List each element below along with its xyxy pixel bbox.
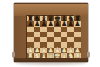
square-e7[interactable]: ♟ xyxy=(54,21,61,26)
chess-box: ♜♞♝♛♚♝♞♜♟♟♟♟♟♟♟♟♟♟♟♟♟♟♟♟♜♞♝♛♚♝♞♜ xyxy=(14,3,88,62)
square-f1[interactable]: ♝ xyxy=(61,53,68,58)
square-a1[interactable]: ♜ xyxy=(27,53,34,58)
white-king[interactable]: ♚ xyxy=(54,54,61,58)
black-pawn[interactable]: ♟ xyxy=(68,22,74,26)
left-hinge xyxy=(12,52,15,57)
white-bishop[interactable]: ♝ xyxy=(61,54,68,58)
square-g7[interactable]: ♟ xyxy=(67,21,74,26)
black-pawn[interactable]: ♟ xyxy=(48,22,54,26)
black-pawn[interactable]: ♟ xyxy=(75,22,81,26)
square-c7[interactable]: ♟ xyxy=(40,21,47,26)
square-h7[interactable]: ♟ xyxy=(74,21,81,26)
white-knight[interactable]: ♞ xyxy=(34,54,41,58)
square-b7[interactable]: ♟ xyxy=(34,21,41,26)
black-pawn[interactable]: ♟ xyxy=(34,22,40,26)
square-d7[interactable]: ♟ xyxy=(47,21,54,26)
white-rook[interactable]: ♜ xyxy=(27,54,34,58)
square-g1[interactable]: ♞ xyxy=(67,53,74,58)
square-e1[interactable]: ♚ xyxy=(54,53,61,58)
square-h1[interactable]: ♜ xyxy=(74,53,81,58)
square-b1[interactable]: ♞ xyxy=(34,53,41,58)
right-hinge xyxy=(87,52,90,57)
square-f7[interactable]: ♟ xyxy=(61,21,68,26)
black-pawn[interactable]: ♟ xyxy=(54,22,60,26)
white-knight[interactable]: ♞ xyxy=(67,54,74,58)
square-d1[interactable]: ♛ xyxy=(47,53,54,58)
black-pawn[interactable]: ♟ xyxy=(41,22,47,26)
board: ♜♞♝♛♚♝♞♜♟♟♟♟♟♟♟♟♟♟♟♟♟♟♟♟♜♞♝♛♚♝♞♜ xyxy=(27,16,73,58)
scene: ♜♞♝♛♚♝♞♜♟♟♟♟♟♟♟♟♟♟♟♟♟♟♟♟♜♞♝♛♚♝♞♜ xyxy=(0,0,100,67)
square-a7[interactable]: ♟ xyxy=(27,21,34,26)
black-pawn[interactable]: ♟ xyxy=(27,22,33,26)
black-pawn[interactable]: ♟ xyxy=(61,22,67,26)
white-rook[interactable]: ♜ xyxy=(74,54,81,58)
white-queen[interactable]: ♛ xyxy=(47,54,54,58)
